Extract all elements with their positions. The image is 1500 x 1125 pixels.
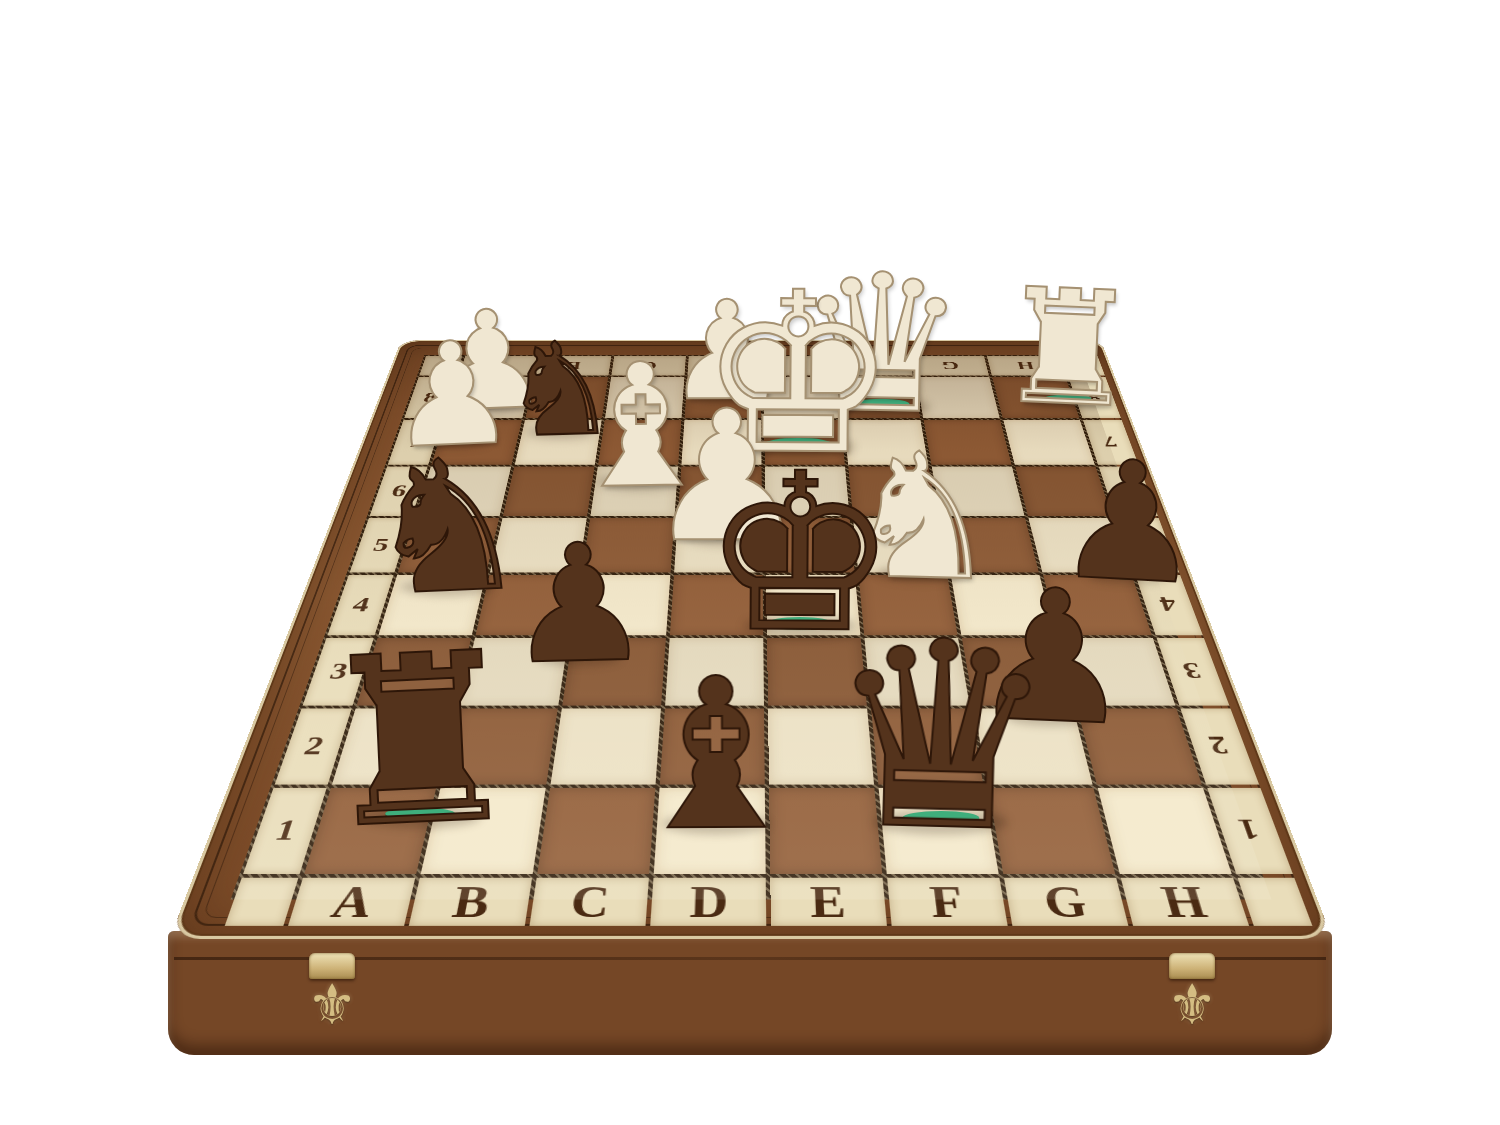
file-label-near-h: H xyxy=(1121,878,1249,926)
piece-black-bishop-d1[interactable]: ♝ xyxy=(622,653,809,862)
piece-black-rook-b1[interactable]: ♜ xyxy=(311,622,529,863)
file-label-near-a: A xyxy=(288,878,415,926)
file-label-near-b: B xyxy=(409,878,532,926)
piece-white-rook-h8[interactable]: ♜ xyxy=(994,268,1143,432)
file-label-near-d: D xyxy=(650,878,766,926)
file-label-near-c: C xyxy=(529,878,648,926)
photo-stage: ⚜ ⚜ ABCDEFGH8877665544332211ABCDEFGH ♟♟♟… xyxy=(0,0,1500,1125)
piece-black-queen-f1[interactable]: ♛ xyxy=(822,607,1060,871)
file-label-near-g: G xyxy=(1004,878,1128,926)
file-label-near-e: E xyxy=(770,878,887,926)
file-label-near-f: F xyxy=(887,878,1008,926)
